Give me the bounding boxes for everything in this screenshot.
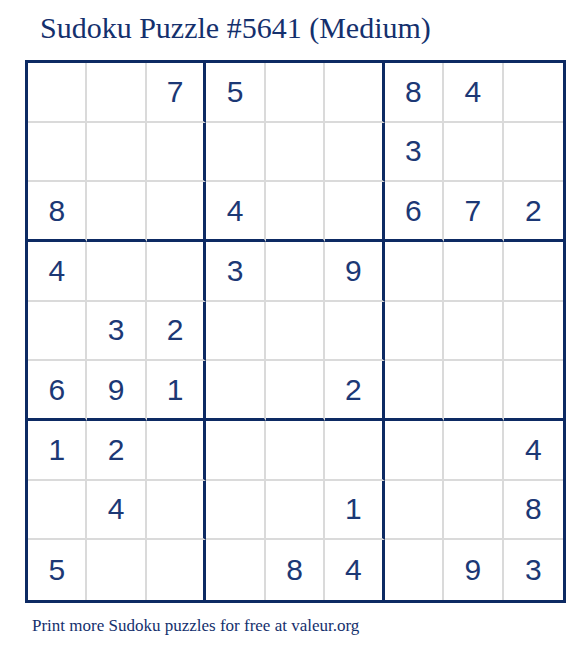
cell-r2c1[interactable] — [28, 123, 87, 183]
cell-r4c9[interactable] — [504, 242, 563, 302]
cell-r7c6[interactable] — [325, 421, 384, 481]
cell-r2c3[interactable] — [147, 123, 206, 183]
cell-r9c1[interactable]: 5 — [28, 540, 87, 600]
cell-r9c2[interactable] — [87, 540, 146, 600]
cell-r8c8[interactable] — [444, 481, 503, 541]
cell-r2c8[interactable] — [444, 123, 503, 183]
cell-r7c9[interactable]: 4 — [504, 421, 563, 481]
cell-r9c9[interactable]: 3 — [504, 540, 563, 600]
cell-r4c5[interactable] — [266, 242, 325, 302]
cell-r1c2[interactable] — [87, 63, 146, 123]
cell-r7c8[interactable] — [444, 421, 503, 481]
cell-r5c7[interactable] — [385, 302, 444, 362]
cell-r2c4[interactable] — [206, 123, 265, 183]
cell-r1c9[interactable] — [504, 63, 563, 123]
cell-r1c4[interactable]: 5 — [206, 63, 265, 123]
cell-r3c4[interactable]: 4 — [206, 182, 265, 242]
cell-r3c1[interactable]: 8 — [28, 182, 87, 242]
cell-r4c4[interactable]: 3 — [206, 242, 265, 302]
cell-r6c5[interactable] — [266, 361, 325, 421]
cell-r5c9[interactable] — [504, 302, 563, 362]
cell-r5c5[interactable] — [266, 302, 325, 362]
cell-r1c7[interactable]: 8 — [385, 63, 444, 123]
cell-r7c2[interactable]: 2 — [87, 421, 146, 481]
cell-r5c2[interactable]: 3 — [87, 302, 146, 362]
cell-r8c9[interactable]: 8 — [504, 481, 563, 541]
cell-r2c6[interactable] — [325, 123, 384, 183]
cell-r9c7[interactable] — [385, 540, 444, 600]
cell-r4c3[interactable] — [147, 242, 206, 302]
cell-r3c2[interactable] — [87, 182, 146, 242]
cell-r5c8[interactable] — [444, 302, 503, 362]
cell-r8c4[interactable] — [206, 481, 265, 541]
cell-r7c7[interactable] — [385, 421, 444, 481]
cell-r1c8[interactable]: 4 — [444, 63, 503, 123]
cell-r7c1[interactable]: 1 — [28, 421, 87, 481]
cell-r2c2[interactable] — [87, 123, 146, 183]
cell-r1c5[interactable] — [266, 63, 325, 123]
cell-r8c5[interactable] — [266, 481, 325, 541]
cell-r3c7[interactable]: 6 — [385, 182, 444, 242]
cell-r7c3[interactable] — [147, 421, 206, 481]
cell-r9c6[interactable]: 4 — [325, 540, 384, 600]
cell-r8c1[interactable] — [28, 481, 87, 541]
cell-r3c9[interactable]: 2 — [504, 182, 563, 242]
sudoku-grid: 758438467243932691212441858493 — [25, 60, 566, 603]
cell-r9c4[interactable] — [206, 540, 265, 600]
cell-r7c5[interactable] — [266, 421, 325, 481]
cell-r3c8[interactable]: 7 — [444, 182, 503, 242]
cell-r4c8[interactable] — [444, 242, 503, 302]
cell-r6c3[interactable]: 1 — [147, 361, 206, 421]
page-title: Sudoku Puzzle #5641 (Medium) — [40, 11, 431, 45]
cell-r6c4[interactable] — [206, 361, 265, 421]
footer-note: Print more Sudoku puzzles for free at va… — [32, 616, 359, 636]
cell-r2c7[interactable]: 3 — [385, 123, 444, 183]
cell-r3c5[interactable] — [266, 182, 325, 242]
cell-r1c6[interactable] — [325, 63, 384, 123]
cell-r6c2[interactable]: 9 — [87, 361, 146, 421]
cell-r6c9[interactable] — [504, 361, 563, 421]
cell-r9c5[interactable]: 8 — [266, 540, 325, 600]
cell-r1c1[interactable] — [28, 63, 87, 123]
cell-r3c6[interactable] — [325, 182, 384, 242]
cell-r9c8[interactable]: 9 — [444, 540, 503, 600]
cell-r5c4[interactable] — [206, 302, 265, 362]
cell-r7c4[interactable] — [206, 421, 265, 481]
cell-r2c5[interactable] — [266, 123, 325, 183]
cell-r5c1[interactable] — [28, 302, 87, 362]
cell-r3c3[interactable] — [147, 182, 206, 242]
cell-r4c6[interactable]: 9 — [325, 242, 384, 302]
cell-r5c6[interactable] — [325, 302, 384, 362]
cell-r4c1[interactable]: 4 — [28, 242, 87, 302]
cell-r4c7[interactable] — [385, 242, 444, 302]
cell-r2c9[interactable] — [504, 123, 563, 183]
cell-r5c3[interactable]: 2 — [147, 302, 206, 362]
cell-r6c6[interactable]: 2 — [325, 361, 384, 421]
cell-r8c7[interactable] — [385, 481, 444, 541]
cell-r4c2[interactable] — [87, 242, 146, 302]
cell-r8c3[interactable] — [147, 481, 206, 541]
cell-r6c7[interactable] — [385, 361, 444, 421]
cell-r6c1[interactable]: 6 — [28, 361, 87, 421]
cell-r9c3[interactable] — [147, 540, 206, 600]
cell-r6c8[interactable] — [444, 361, 503, 421]
cell-r8c2[interactable]: 4 — [87, 481, 146, 541]
cell-r8c6[interactable]: 1 — [325, 481, 384, 541]
cell-r1c3[interactable]: 7 — [147, 63, 206, 123]
